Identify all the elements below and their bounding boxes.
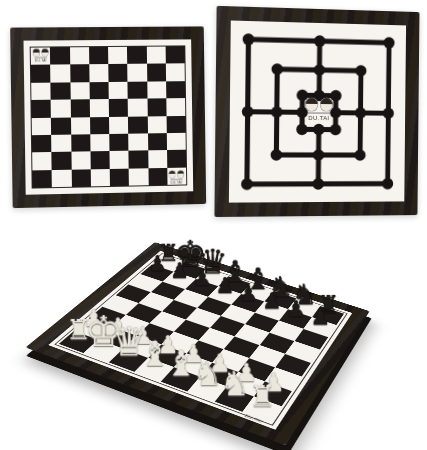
checker-cell	[31, 47, 51, 65]
morris-point	[354, 149, 365, 160]
checker-cell	[109, 116, 128, 134]
checker-cell	[128, 116, 147, 134]
morris-point	[242, 106, 254, 118]
checker-cell	[128, 81, 147, 99]
checker-cell	[70, 99, 90, 117]
checker-cell	[32, 135, 52, 153]
checker-cell	[167, 150, 186, 168]
checker-cell	[90, 169, 109, 187]
morris-point	[271, 63, 283, 75]
checker-cell	[89, 82, 108, 100]
morris-point	[313, 149, 325, 161]
checker-cell	[70, 65, 90, 83]
checker-cell	[70, 82, 90, 100]
checkerboard: DU.TAI DU.TAI	[10, 26, 206, 208]
checker-cell	[32, 152, 52, 170]
checker-cell	[51, 100, 71, 118]
morris-point	[271, 106, 283, 118]
morris-point	[330, 107, 341, 119]
chess-board: DU.TAI ♜♚♛♝♝♞♞♜♟♟♟♟♟♟♟♟♟♟♟♟♟♟♟♟♜♚♛♝♝♞♞♜	[25, 242, 369, 445]
checker-cell	[146, 47, 165, 64]
checker-cell	[166, 115, 185, 133]
checker-cell	[109, 99, 128, 117]
checker-cell	[89, 64, 108, 82]
morris-point	[296, 124, 308, 136]
checker-cell	[89, 47, 108, 65]
morris-point	[243, 33, 255, 45]
checkerboard-grid: DU.TAI DU.TAI	[30, 45, 188, 188]
checker-cell	[52, 169, 72, 187]
checker-cell	[90, 117, 109, 135]
checker-cell	[147, 64, 166, 81]
checker-cell	[109, 151, 128, 169]
morris-point	[383, 37, 394, 49]
checker-cell	[31, 100, 51, 118]
checker-cell	[166, 98, 185, 116]
checker-cell	[127, 47, 146, 64]
checker-cell	[148, 150, 167, 168]
morris-point	[330, 124, 341, 136]
checker-cell	[128, 133, 147, 151]
checker-cell	[109, 134, 128, 152]
checker-cell	[147, 81, 166, 99]
chess-piece-white-rook: ♜	[242, 380, 283, 409]
checker-cell	[167, 133, 186, 151]
checker-cell	[110, 168, 129, 186]
checker-cell	[52, 152, 72, 170]
checker-cell	[69, 47, 89, 65]
checker-cell	[90, 151, 109, 169]
chess-piece-black-pawn: ♟	[303, 305, 338, 327]
morris-point	[382, 178, 393, 189]
checker-cell	[127, 64, 146, 82]
morris-point	[241, 178, 253, 190]
checker-cell	[51, 82, 71, 100]
checker-cell	[129, 151, 148, 169]
morris-point	[355, 65, 366, 77]
checker-cell	[147, 116, 166, 134]
checker-cell	[71, 134, 91, 152]
checker-cell	[165, 46, 184, 63]
checker-cell	[51, 117, 71, 135]
morris-point	[313, 90, 325, 102]
morris-point	[297, 89, 309, 101]
checker-cell	[50, 65, 70, 83]
morris-point	[314, 35, 325, 47]
checker-cell	[32, 117, 52, 135]
checker-cell	[71, 152, 91, 170]
checker-cell	[167, 167, 186, 185]
checker-cell	[128, 99, 147, 117]
product-photo: DU.TAI DU.TAI	[0, 0, 427, 450]
morris-point	[313, 124, 325, 136]
checker-cell	[31, 82, 51, 100]
morris-point	[383, 107, 394, 119]
checker-cell	[50, 47, 70, 65]
morris-point	[271, 149, 283, 161]
checker-cell	[148, 133, 167, 151]
checker-cell	[108, 64, 127, 82]
checker-cell	[129, 168, 148, 186]
morris-grid-lines	[233, 25, 402, 199]
checker-cell	[166, 64, 185, 81]
morris-margin: DU.TAI	[229, 21, 406, 203]
morris-point	[296, 106, 308, 118]
checker-cell	[71, 169, 91, 187]
checker-cell	[90, 99, 109, 117]
checker-cell	[109, 82, 128, 100]
morris-point	[314, 64, 326, 76]
checker-cell	[32, 170, 52, 188]
morris-point	[330, 90, 341, 102]
checker-cell	[51, 134, 71, 152]
chess-scene: DU.TAI ♜♚♛♝♝♞♞♜♟♟♟♟♟♟♟♟♟♟♟♟♟♟♟♟♜♚♛♝♝♞♞♜	[0, 225, 427, 450]
checker-cell	[148, 168, 167, 186]
morris-point	[355, 107, 366, 119]
checker-cell	[70, 117, 90, 135]
checkerboard-margin: DU.TAI DU.TAI	[24, 39, 194, 194]
morris-point	[313, 178, 325, 190]
checker-cell	[166, 81, 185, 98]
checker-cell	[31, 65, 51, 83]
checker-cell	[108, 47, 127, 65]
nine-mens-morris-board: DU.TAI	[214, 6, 419, 217]
checker-cell	[147, 98, 166, 116]
checker-cell	[90, 134, 109, 152]
